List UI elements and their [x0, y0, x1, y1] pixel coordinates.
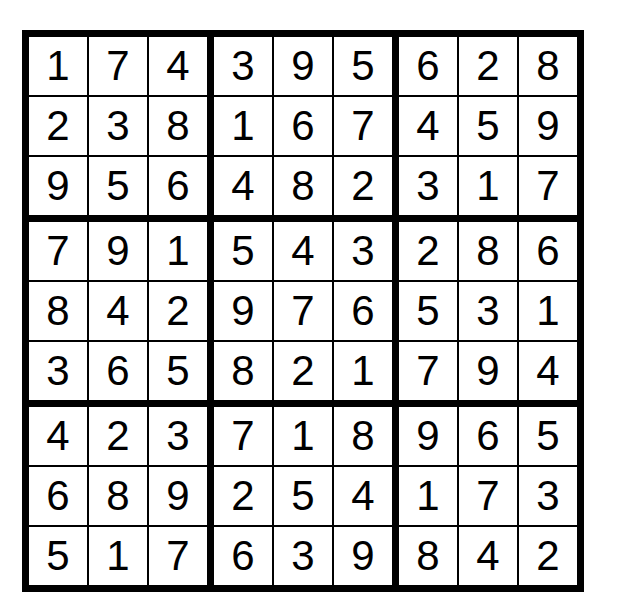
- cell-r3c6: 2: [334, 157, 392, 215]
- cell-r3c5: 8: [274, 157, 332, 215]
- cell-r2c5: 6: [274, 97, 332, 155]
- cell-r4c1: 7: [29, 222, 87, 280]
- cell-r4c4: 5: [214, 222, 272, 280]
- cell-r4c3: 1: [149, 222, 207, 280]
- cell-r6c2: 6: [89, 342, 147, 400]
- cell-r9c9: 2: [519, 527, 577, 585]
- cell-r5c3: 2: [149, 282, 207, 340]
- cell-r3c9: 7: [519, 157, 577, 215]
- cell-r1c7: 6: [399, 37, 457, 95]
- cell-r5c1: 8: [29, 282, 87, 340]
- cell-r9c5: 3: [274, 527, 332, 585]
- cell-r9c8: 4: [459, 527, 517, 585]
- cell-r5c9: 1: [519, 282, 577, 340]
- cell-r6c4: 8: [214, 342, 272, 400]
- cell-r6c1: 3: [29, 342, 87, 400]
- cell-r9c1: 5: [29, 527, 87, 585]
- cell-r7c8: 6: [459, 407, 517, 465]
- cell-r4c7: 2: [399, 222, 457, 280]
- cell-r8c3: 9: [149, 467, 207, 525]
- page: 1743956282381674599564823177915432868429…: [0, 0, 617, 614]
- cell-r1c6: 5: [334, 37, 392, 95]
- cell-r5c2: 4: [89, 282, 147, 340]
- cell-r8c9: 3: [519, 467, 577, 525]
- cell-r7c2: 2: [89, 407, 147, 465]
- cell-r6c6: 1: [334, 342, 392, 400]
- cell-r8c6: 4: [334, 467, 392, 525]
- cell-r4c2: 9: [89, 222, 147, 280]
- cell-r5c6: 6: [334, 282, 392, 340]
- cell-r9c2: 1: [89, 527, 147, 585]
- cell-r2c9: 9: [519, 97, 577, 155]
- cell-r7c1: 4: [29, 407, 87, 465]
- cell-r3c4: 4: [214, 157, 272, 215]
- cell-r4c5: 4: [274, 222, 332, 280]
- cell-r7c6: 8: [334, 407, 392, 465]
- cell-r4c9: 6: [519, 222, 577, 280]
- cell-r7c7: 9: [399, 407, 457, 465]
- cell-r3c3: 6: [149, 157, 207, 215]
- cell-r4c8: 8: [459, 222, 517, 280]
- cell-r2c7: 4: [399, 97, 457, 155]
- cell-r6c5: 2: [274, 342, 332, 400]
- cell-r5c4: 9: [214, 282, 272, 340]
- cell-r3c7: 3: [399, 157, 457, 215]
- cell-r7c5: 1: [274, 407, 332, 465]
- cell-r5c8: 3: [459, 282, 517, 340]
- cell-r1c4: 3: [214, 37, 272, 95]
- cell-r7c4: 7: [214, 407, 272, 465]
- cell-r4c6: 3: [334, 222, 392, 280]
- cell-r1c5: 9: [274, 37, 332, 95]
- cell-r8c1: 6: [29, 467, 87, 525]
- cell-r5c5: 7: [274, 282, 332, 340]
- cell-r9c3: 7: [149, 527, 207, 585]
- cell-r1c2: 7: [89, 37, 147, 95]
- cell-r6c7: 7: [399, 342, 457, 400]
- cell-r5c7: 5: [399, 282, 457, 340]
- cell-r3c1: 9: [29, 157, 87, 215]
- sudoku-board: 1743956282381674599564823177915432868429…: [22, 30, 584, 592]
- cell-r3c8: 1: [459, 157, 517, 215]
- cell-r6c3: 5: [149, 342, 207, 400]
- cell-r8c2: 8: [89, 467, 147, 525]
- cell-r2c6: 7: [334, 97, 392, 155]
- cell-r1c1: 1: [29, 37, 87, 95]
- cell-r8c7: 1: [399, 467, 457, 525]
- cell-r8c8: 7: [459, 467, 517, 525]
- cell-r7c3: 3: [149, 407, 207, 465]
- cell-r6c8: 9: [459, 342, 517, 400]
- cell-r2c8: 5: [459, 97, 517, 155]
- cell-r1c3: 4: [149, 37, 207, 95]
- cell-r7c9: 5: [519, 407, 577, 465]
- cell-r6c9: 4: [519, 342, 577, 400]
- cell-r2c4: 1: [214, 97, 272, 155]
- cell-r9c6: 9: [334, 527, 392, 585]
- cell-r8c4: 2: [214, 467, 272, 525]
- cell-r1c8: 2: [459, 37, 517, 95]
- cell-r2c2: 3: [89, 97, 147, 155]
- cell-r2c3: 8: [149, 97, 207, 155]
- cell-r2c1: 2: [29, 97, 87, 155]
- cell-r3c2: 5: [89, 157, 147, 215]
- cell-r1c9: 8: [519, 37, 577, 95]
- cell-r8c5: 5: [274, 467, 332, 525]
- cell-r9c4: 6: [214, 527, 272, 585]
- cell-r9c7: 8: [399, 527, 457, 585]
